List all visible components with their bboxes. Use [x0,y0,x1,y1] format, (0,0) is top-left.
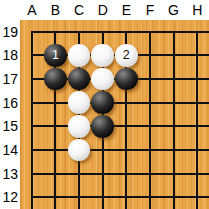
board-point-H14[interactable] [185,138,209,162]
board-point-C13[interactable] [67,162,91,186]
white-stone-C14[interactable] [68,139,91,162]
board-point-E15[interactable] [115,115,139,139]
row-label-19: 19 [0,20,18,44]
board-point-D19[interactable] [91,20,115,44]
board-point-D12[interactable] [91,185,115,209]
board-point-A17[interactable] [20,67,44,91]
board-point-B14[interactable] [44,138,68,162]
board-point-E13[interactable] [115,162,139,186]
board-point-C14[interactable] [67,138,91,162]
board-point-B17[interactable] [44,67,68,91]
black-stone-B17[interactable] [44,68,67,91]
row-label-12: 12 [0,185,18,209]
board-point-G15[interactable] [162,115,186,139]
column-label-F: F [138,0,162,20]
board-point-B18[interactable]: 1 [44,44,68,68]
board-point-E17[interactable] [115,67,139,91]
row-label-14: 14 [0,138,18,162]
white-stone-C18[interactable] [68,44,91,67]
column-label-A: A [20,0,44,20]
row-label-15: 15 [0,115,18,139]
board-point-A18[interactable] [20,44,44,68]
board-point-H15[interactable] [185,115,209,139]
row-label-17: 17 [0,67,18,91]
go-diagram: ABCDEFGH 1918171615141312 12 [0,0,209,209]
board-point-D16[interactable] [91,91,115,115]
black-stone-D15[interactable] [91,115,114,138]
row-label-13: 13 [0,162,18,186]
board-point-F14[interactable] [138,138,162,162]
board-point-F12[interactable] [138,185,162,209]
board-point-G16[interactable] [162,91,186,115]
board-point-F17[interactable] [138,67,162,91]
board-point-H16[interactable] [185,91,209,115]
board-point-E19[interactable] [115,20,139,44]
board-point-H12[interactable] [185,185,209,209]
board-point-B19[interactable] [44,20,68,44]
board-point-A16[interactable] [20,91,44,115]
move-number-label: 2 [123,49,130,62]
board-point-A14[interactable] [20,138,44,162]
white-stone-E18[interactable]: 2 [115,44,138,67]
column-label-C: C [67,0,91,20]
board-point-F13[interactable] [138,162,162,186]
black-stone-B18[interactable]: 1 [44,44,67,67]
board-point-E14[interactable] [115,138,139,162]
board-point-D18[interactable] [91,44,115,68]
board-point-E16[interactable] [115,91,139,115]
column-label-D: D [91,0,115,20]
board-point-A12[interactable] [20,185,44,209]
board-point-G13[interactable] [162,162,186,186]
board-point-C17[interactable] [67,67,91,91]
board-point-G17[interactable] [162,67,186,91]
board-point-H13[interactable] [185,162,209,186]
row-label-16: 16 [0,91,18,115]
board-point-E18[interactable]: 2 [115,44,139,68]
board-point-C15[interactable] [67,115,91,139]
board-point-B12[interactable] [44,185,68,209]
black-stone-C17[interactable] [68,68,91,91]
column-label-B: B [44,0,68,20]
board-point-D17[interactable] [91,67,115,91]
board-point-H19[interactable] [185,20,209,44]
board-point-D13[interactable] [91,162,115,186]
board-point-C18[interactable] [67,44,91,68]
board-point-G12[interactable] [162,185,186,209]
board-point-B16[interactable] [44,91,68,115]
column-label-H: H [185,0,209,20]
go-board[interactable]: 12 [20,20,209,209]
black-stone-D16[interactable] [91,91,114,114]
board-point-C19[interactable] [67,20,91,44]
board-point-G18[interactable] [162,44,186,68]
board-point-G14[interactable] [162,138,186,162]
board-point-F19[interactable] [138,20,162,44]
board-point-D14[interactable] [91,138,115,162]
stones-grid: 12 [20,20,209,209]
board-point-F15[interactable] [138,115,162,139]
board-point-F16[interactable] [138,91,162,115]
board-point-C12[interactable] [67,185,91,209]
board-point-D15[interactable] [91,115,115,139]
board-point-A15[interactable] [20,115,44,139]
black-stone-E17[interactable] [115,68,138,91]
white-stone-C16[interactable] [68,91,91,114]
row-labels: 1918171615141312 [0,20,20,209]
row-label-18: 18 [0,44,18,68]
board-point-G19[interactable] [162,20,186,44]
board-point-A19[interactable] [20,20,44,44]
white-stone-D18[interactable] [91,44,114,67]
column-label-G: G [162,0,186,20]
board-point-E12[interactable] [115,185,139,209]
column-label-E: E [115,0,139,20]
column-labels: ABCDEFGH [20,0,209,20]
board-point-F18[interactable] [138,44,162,68]
move-number-label: 1 [52,49,59,62]
board-point-A13[interactable] [20,162,44,186]
board-point-H17[interactable] [185,67,209,91]
board-point-C16[interactable] [67,91,91,115]
board-point-H18[interactable] [185,44,209,68]
white-stone-D17[interactable] [91,68,114,91]
white-stone-C15[interactable] [68,115,91,138]
board-point-B13[interactable] [44,162,68,186]
board-point-B15[interactable] [44,115,68,139]
